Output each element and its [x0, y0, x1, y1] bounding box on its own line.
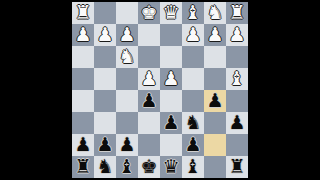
piece-black-pawn[interactable]: ♟ — [118, 134, 135, 155]
square-b2[interactable]: ♟ — [204, 24, 226, 46]
square-g8[interactable]: ♞ — [94, 156, 116, 178]
piece-white-pawn[interactable]: ♟ — [74, 24, 91, 45]
square-g7[interactable]: ♟ — [94, 134, 116, 156]
square-e2[interactable] — [138, 24, 160, 46]
square-a8[interactable]: ♜ — [226, 156, 248, 178]
square-d3[interactable] — [160, 46, 182, 68]
square-f3[interactable]: ♞ — [116, 46, 138, 68]
square-a1[interactable]: ♜ — [226, 2, 248, 24]
square-a6[interactable]: ♟ — [226, 112, 248, 134]
square-f1[interactable] — [116, 2, 138, 24]
piece-white-pawn[interactable]: ♟ — [118, 24, 135, 45]
piece-white-pawn[interactable]: ♟ — [140, 68, 157, 89]
square-h8[interactable]: ♜ — [72, 156, 94, 178]
square-c2[interactable]: ♟ — [182, 24, 204, 46]
square-c5[interactable] — [182, 90, 204, 112]
square-b1[interactable]: ♞ — [204, 2, 226, 24]
square-g6[interactable] — [94, 112, 116, 134]
square-c3[interactable] — [182, 46, 204, 68]
square-d4[interactable]: ♟ — [160, 68, 182, 90]
square-a3[interactable] — [226, 46, 248, 68]
square-c6[interactable]: ♞ — [182, 112, 204, 134]
square-d2[interactable] — [160, 24, 182, 46]
square-f6[interactable] — [116, 112, 138, 134]
square-g3[interactable] — [94, 46, 116, 68]
piece-white-pawn[interactable]: ♟ — [184, 24, 201, 45]
square-e7[interactable] — [138, 134, 160, 156]
piece-black-rook[interactable]: ♜ — [228, 156, 245, 177]
piece-black-pawn[interactable]: ♟ — [74, 134, 91, 155]
piece-black-rook[interactable]: ♜ — [74, 156, 91, 177]
square-a7[interactable] — [226, 134, 248, 156]
square-f8[interactable]: ♝ — [116, 156, 138, 178]
piece-white-rook[interactable]: ♜ — [74, 2, 91, 23]
piece-white-pawn[interactable]: ♟ — [228, 24, 245, 45]
piece-white-knight[interactable]: ♞ — [206, 2, 223, 23]
piece-white-pawn[interactable]: ♟ — [162, 68, 179, 89]
square-d7[interactable] — [160, 134, 182, 156]
square-h5[interactable] — [72, 90, 94, 112]
square-a5[interactable] — [226, 90, 248, 112]
piece-white-king[interactable]: ♚ — [140, 2, 157, 23]
piece-black-pawn[interactable]: ♟ — [184, 134, 201, 155]
square-h3[interactable] — [72, 46, 94, 68]
square-b6[interactable] — [204, 112, 226, 134]
square-e3[interactable] — [138, 46, 160, 68]
piece-black-pawn[interactable]: ♟ — [206, 90, 223, 111]
square-f7[interactable]: ♟ — [116, 134, 138, 156]
square-e1[interactable]: ♚ — [138, 2, 160, 24]
square-e4[interactable]: ♟ — [138, 68, 160, 90]
square-b7[interactable] — [204, 134, 226, 156]
square-f4[interactable] — [116, 68, 138, 90]
square-c7[interactable]: ♟ — [182, 134, 204, 156]
square-e8[interactable]: ♚ — [138, 156, 160, 178]
square-b3[interactable] — [204, 46, 226, 68]
square-g1[interactable] — [94, 2, 116, 24]
square-a4[interactable]: ♝ — [226, 68, 248, 90]
square-f5[interactable] — [116, 90, 138, 112]
piece-white-bishop[interactable]: ♝ — [184, 2, 201, 23]
square-f2[interactable]: ♟ — [116, 24, 138, 46]
piece-black-knight[interactable]: ♞ — [96, 156, 113, 177]
square-h4[interactable] — [72, 68, 94, 90]
piece-black-pawn[interactable]: ♟ — [162, 112, 179, 133]
square-h1[interactable]: ♜ — [72, 2, 94, 24]
piece-black-knight[interactable]: ♞ — [184, 112, 201, 133]
square-b8[interactable] — [204, 156, 226, 178]
app-background: ♜♚♛♝♞♜♟♟♟♟♟♟♞♟♟♝♟♟♟♞♟♟♟♟♟♜♞♝♚♛♝♜ — [0, 0, 320, 180]
piece-white-queen[interactable]: ♛ — [162, 2, 179, 23]
piece-black-pawn[interactable]: ♟ — [96, 134, 113, 155]
square-h2[interactable]: ♟ — [72, 24, 94, 46]
piece-black-queen[interactable]: ♛ — [162, 156, 179, 177]
square-d1[interactable]: ♛ — [160, 2, 182, 24]
square-g4[interactable] — [94, 68, 116, 90]
piece-black-bishop[interactable]: ♝ — [118, 156, 135, 177]
piece-white-pawn[interactable]: ♟ — [96, 24, 113, 45]
piece-black-bishop[interactable]: ♝ — [184, 156, 201, 177]
square-d5[interactable] — [160, 90, 182, 112]
square-a2[interactable]: ♟ — [226, 24, 248, 46]
piece-white-pawn[interactable]: ♟ — [206, 24, 223, 45]
piece-black-pawn[interactable]: ♟ — [140, 90, 157, 111]
square-c1[interactable]: ♝ — [182, 2, 204, 24]
piece-white-rook[interactable]: ♜ — [228, 2, 245, 23]
piece-white-knight[interactable]: ♞ — [118, 46, 135, 67]
square-e5[interactable]: ♟ — [138, 90, 160, 112]
square-b5[interactable]: ♟ — [204, 90, 226, 112]
chess-board: ♜♚♛♝♞♜♟♟♟♟♟♟♞♟♟♝♟♟♟♞♟♟♟♟♟♜♞♝♚♛♝♜ — [72, 2, 248, 178]
square-c8[interactable]: ♝ — [182, 156, 204, 178]
piece-white-bishop[interactable]: ♝ — [228, 68, 245, 89]
square-h7[interactable]: ♟ — [72, 134, 94, 156]
square-c4[interactable] — [182, 68, 204, 90]
square-h6[interactable] — [72, 112, 94, 134]
square-g2[interactable]: ♟ — [94, 24, 116, 46]
piece-black-pawn[interactable]: ♟ — [228, 112, 245, 133]
square-e6[interactable] — [138, 112, 160, 134]
square-d6[interactable]: ♟ — [160, 112, 182, 134]
square-d8[interactable]: ♛ — [160, 156, 182, 178]
square-b4[interactable] — [204, 68, 226, 90]
piece-black-king[interactable]: ♚ — [140, 156, 157, 177]
square-g5[interactable] — [94, 90, 116, 112]
